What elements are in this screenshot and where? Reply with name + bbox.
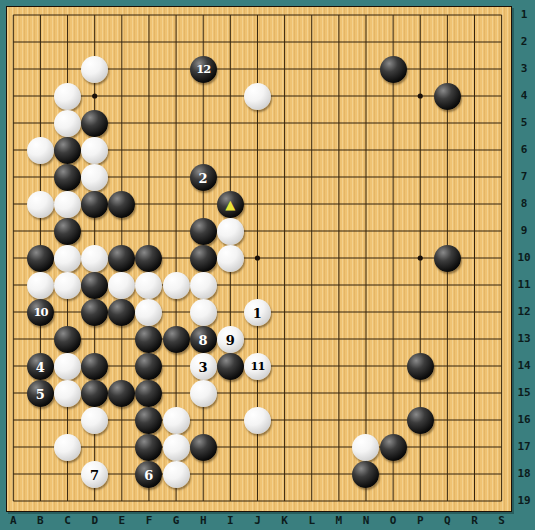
stone-B10[interactable]	[27, 245, 54, 272]
column-label-G: G	[168, 515, 184, 527]
row-label-19: 19	[514, 495, 534, 507]
stone-H15[interactable]	[190, 380, 217, 407]
stone-G13[interactable]	[163, 326, 190, 353]
stone-H9[interactable]	[190, 218, 217, 245]
move-number-label: 2	[199, 171, 208, 184]
stones-grid: 122▲101894311576	[0, 2, 516, 515]
stone-C15[interactable]	[54, 380, 81, 407]
stone-F15[interactable]	[135, 380, 162, 407]
row-label-8: 8	[514, 198, 534, 210]
stone-D16[interactable]	[81, 407, 108, 434]
stone-B15[interactable]: 5	[27, 380, 54, 407]
row-label-15: 15	[514, 387, 534, 399]
row-label-4: 4	[514, 90, 534, 102]
row-label-11: 11	[514, 279, 534, 291]
stone-I8[interactable]: ▲	[217, 191, 244, 218]
column-label-E: E	[114, 515, 130, 527]
move-number-label: 11	[250, 361, 264, 373]
column-label-A: A	[5, 515, 21, 527]
column-label-L: L	[304, 515, 320, 527]
stone-E15[interactable]	[108, 380, 135, 407]
stone-D7[interactable]	[81, 164, 108, 191]
stone-I9[interactable]	[217, 218, 244, 245]
row-label-2: 2	[514, 36, 534, 48]
move-number-label: 10	[33, 307, 47, 319]
stone-N17[interactable]	[352, 434, 379, 461]
go-game-screen: 122▲101894311576 ABCDEFGHIJKLMNOPQRS1234…	[0, 0, 535, 530]
row-label-16: 16	[514, 414, 534, 426]
column-label-I: I	[222, 515, 238, 527]
stone-H13[interactable]: 8	[190, 326, 217, 353]
row-label-5: 5	[514, 117, 534, 129]
stone-Q4[interactable]	[434, 83, 461, 110]
stone-I14[interactable]	[217, 353, 244, 380]
stone-Q10[interactable]	[434, 245, 461, 272]
stone-H7[interactable]: 2	[190, 164, 217, 191]
row-label-1: 1	[514, 9, 534, 21]
move-number-label: 9	[226, 333, 235, 346]
row-label-7: 7	[514, 171, 534, 183]
stone-C10[interactable]	[54, 245, 81, 272]
stone-F14[interactable]	[135, 353, 162, 380]
stone-G11[interactable]	[163, 272, 190, 299]
column-label-H: H	[195, 515, 211, 527]
triangle-marker-icon: ▲	[225, 197, 235, 210]
stone-O17[interactable]	[380, 434, 407, 461]
stone-D15[interactable]	[81, 380, 108, 407]
stone-F10[interactable]	[135, 245, 162, 272]
stone-F18[interactable]: 6	[135, 461, 162, 488]
stone-J14[interactable]: 11	[244, 353, 271, 380]
stone-H14[interactable]: 3	[190, 353, 217, 380]
row-label-10: 10	[514, 252, 534, 264]
stone-F16[interactable]	[135, 407, 162, 434]
column-label-R: R	[467, 515, 483, 527]
stone-B8[interactable]	[27, 191, 54, 218]
stone-N18[interactable]	[352, 461, 379, 488]
stone-J4[interactable]	[244, 83, 271, 110]
column-label-J: J	[249, 515, 265, 527]
stone-F12[interactable]	[135, 299, 162, 326]
stone-D10[interactable]	[81, 245, 108, 272]
stone-H3[interactable]: 12	[190, 56, 217, 83]
move-number-label: 3	[199, 360, 208, 373]
stone-J12[interactable]: 1	[244, 299, 271, 326]
stone-G18[interactable]	[163, 461, 190, 488]
column-label-C: C	[60, 515, 76, 527]
column-label-D: D	[87, 515, 103, 527]
stone-D14[interactable]	[81, 353, 108, 380]
stone-F13[interactable]	[135, 326, 162, 353]
stone-E11[interactable]	[108, 272, 135, 299]
column-label-Q: Q	[439, 515, 455, 527]
move-number-label: 12	[196, 64, 210, 76]
stone-G16[interactable]	[163, 407, 190, 434]
stone-P14[interactable]	[407, 353, 434, 380]
row-label-14: 14	[514, 360, 534, 372]
stone-C14[interactable]	[54, 353, 81, 380]
move-number-label: 7	[90, 468, 99, 481]
column-label-B: B	[32, 515, 48, 527]
stone-B12[interactable]: 10	[27, 299, 54, 326]
stone-D3[interactable]	[81, 56, 108, 83]
row-label-17: 17	[514, 441, 534, 453]
row-label-13: 13	[514, 333, 534, 345]
stone-D6[interactable]	[81, 137, 108, 164]
column-label-N: N	[358, 515, 374, 527]
column-label-P: P	[412, 515, 428, 527]
stone-E12[interactable]	[108, 299, 135, 326]
stone-B6[interactable]	[27, 137, 54, 164]
stone-H12[interactable]	[190, 299, 217, 326]
row-label-18: 18	[514, 468, 534, 480]
column-label-K: K	[277, 515, 293, 527]
stone-C8[interactable]	[54, 191, 81, 218]
stone-H10[interactable]	[190, 245, 217, 272]
row-label-3: 3	[514, 63, 534, 75]
stone-D18[interactable]: 7	[81, 461, 108, 488]
column-label-M: M	[331, 515, 347, 527]
stone-I10[interactable]	[217, 245, 244, 272]
stone-C9[interactable]	[54, 218, 81, 245]
column-label-S: S	[494, 515, 510, 527]
stone-E8[interactable]	[108, 191, 135, 218]
row-label-9: 9	[514, 225, 534, 237]
stone-D8[interactable]	[81, 191, 108, 218]
stone-F17[interactable]	[135, 434, 162, 461]
stone-O3[interactable]	[380, 56, 407, 83]
stone-B14[interactable]: 4	[27, 353, 54, 380]
move-number-label: 8	[199, 333, 208, 346]
stone-P16[interactable]	[407, 407, 434, 434]
row-label-6: 6	[514, 144, 534, 156]
stone-I13[interactable]: 9	[217, 326, 244, 353]
stone-C17[interactable]	[54, 434, 81, 461]
column-label-F: F	[141, 515, 157, 527]
stone-C7[interactable]	[54, 164, 81, 191]
move-number-label: 4	[36, 360, 45, 373]
stone-C11[interactable]	[54, 272, 81, 299]
stone-J16[interactable]	[244, 407, 271, 434]
stone-C5[interactable]	[54, 110, 81, 137]
stone-F11[interactable]	[135, 272, 162, 299]
stone-C6[interactable]	[54, 137, 81, 164]
stone-E10[interactable]	[108, 245, 135, 272]
move-number-label: 5	[36, 387, 45, 400]
stone-B11[interactable]	[27, 272, 54, 299]
stone-D12[interactable]	[81, 299, 108, 326]
row-label-12: 12	[514, 306, 534, 318]
stone-C4[interactable]	[54, 83, 81, 110]
move-number-label: 6	[144, 468, 153, 481]
stone-D5[interactable]	[81, 110, 108, 137]
stone-C13[interactable]	[54, 326, 81, 353]
stone-G17[interactable]	[163, 434, 190, 461]
column-label-O: O	[385, 515, 401, 527]
move-number-label: 1	[253, 306, 262, 319]
stone-H17[interactable]	[190, 434, 217, 461]
stone-D11[interactable]	[81, 272, 108, 299]
stone-H11[interactable]	[190, 272, 217, 299]
